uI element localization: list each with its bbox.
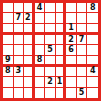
cell-r4c2[interactable] (14, 35, 25, 45)
cell-r1c6[interactable] (56, 3, 67, 13)
cell-r5c5[interactable]: 5 (45, 45, 56, 55)
cell-r2c2[interactable]: 7 (14, 13, 25, 23)
cell-r6c9[interactable] (87, 56, 98, 67)
cell-r9c5[interactable] (45, 88, 56, 98)
cell-r7c5[interactable] (45, 67, 56, 77)
cell-r4c7[interactable]: 2 (66, 35, 77, 45)
cell-r9c9[interactable] (87, 88, 98, 98)
cell-r5c6[interactable] (56, 45, 67, 55)
cell-r6c5[interactable] (45, 56, 56, 67)
cell-r6c6[interactable] (56, 56, 67, 67)
cell-r1c8[interactable] (77, 3, 88, 13)
cell-r6c8[interactable] (77, 56, 88, 67)
cell-r1c4[interactable]: 4 (35, 3, 46, 13)
cell-r7c8[interactable] (77, 67, 88, 77)
cell-r3c4[interactable] (35, 24, 46, 35)
cell-r5c8[interactable] (77, 45, 88, 55)
cell-r8c7[interactable] (66, 77, 77, 87)
cell-r1c5[interactable] (45, 3, 56, 13)
cell-r7c3[interactable] (24, 67, 35, 77)
cell-r7c7[interactable] (66, 67, 77, 77)
cell-r6c3[interactable] (24, 56, 35, 67)
cell-r6c4[interactable]: 8 (35, 56, 46, 67)
cell-r4c8[interactable]: 7 (77, 35, 88, 45)
cell-r6c7[interactable] (66, 56, 77, 67)
cell-r2c5[interactable] (45, 13, 56, 23)
cell-r5c2[interactable] (14, 45, 25, 55)
cell-r9c7[interactable] (66, 88, 77, 98)
cell-r4c6[interactable] (56, 35, 67, 45)
cell-r5c7[interactable]: 6 (66, 45, 77, 55)
cell-r9c8[interactable]: 5 (77, 88, 88, 98)
cell-r4c5[interactable] (45, 35, 56, 45)
cell-r7c4[interactable] (35, 67, 46, 77)
cell-r8c3[interactable] (24, 77, 35, 87)
cell-r1c3[interactable] (24, 3, 35, 13)
cell-r7c2[interactable]: 3 (14, 67, 25, 77)
cell-r2c6[interactable] (56, 13, 67, 23)
cell-r3c3[interactable] (24, 24, 35, 35)
cell-r7c1[interactable]: 8 (3, 67, 14, 77)
cell-r2c8[interactable] (77, 13, 88, 23)
cell-r8c8[interactable] (77, 77, 88, 87)
cell-r4c3[interactable] (24, 35, 35, 45)
cell-r8c4[interactable] (35, 77, 46, 87)
cell-r6c1[interactable]: 9 (3, 56, 14, 67)
cell-r5c3[interactable] (24, 45, 35, 55)
cell-r3c9[interactable] (87, 24, 98, 35)
cell-r7c9[interactable]: 4 (87, 67, 98, 77)
cell-r9c1[interactable] (3, 88, 14, 98)
cell-r9c4[interactable] (35, 88, 46, 98)
cell-r1c7[interactable] (66, 3, 77, 13)
cell-r3c5[interactable] (45, 24, 56, 35)
cell-r5c9[interactable] (87, 45, 98, 55)
cell-r2c4[interactable] (35, 13, 46, 23)
cell-r3c6[interactable] (56, 24, 67, 35)
cell-r8c6[interactable]: 1 (56, 77, 67, 87)
cell-r8c1[interactable] (3, 77, 14, 87)
cell-r4c4[interactable] (35, 35, 46, 45)
cell-r8c2[interactable] (14, 77, 25, 87)
cell-r2c1[interactable] (3, 13, 14, 23)
cell-r7c6[interactable] (56, 67, 67, 77)
sudoku-board: 48721275698834215 (0, 0, 101, 101)
cell-r3c2[interactable] (14, 24, 25, 35)
cell-r4c1[interactable] (3, 35, 14, 45)
cell-r8c5[interactable]: 2 (45, 77, 56, 87)
cell-r1c2[interactable] (14, 3, 25, 13)
cell-r3c1[interactable] (3, 24, 14, 35)
cell-r9c3[interactable] (24, 88, 35, 98)
cell-r9c2[interactable] (14, 88, 25, 98)
cell-r3c8[interactable] (77, 24, 88, 35)
cell-r1c9[interactable]: 8 (87, 3, 98, 13)
cell-r3c7[interactable]: 1 (66, 24, 77, 35)
cell-r2c3[interactable]: 2 (24, 13, 35, 23)
cell-r9c6[interactable] (56, 88, 67, 98)
cell-r2c9[interactable] (87, 13, 98, 23)
cell-r8c9[interactable] (87, 77, 98, 87)
cell-r1c1[interactable] (3, 3, 14, 13)
cell-r4c9[interactable] (87, 35, 98, 45)
cell-r6c2[interactable] (14, 56, 25, 67)
